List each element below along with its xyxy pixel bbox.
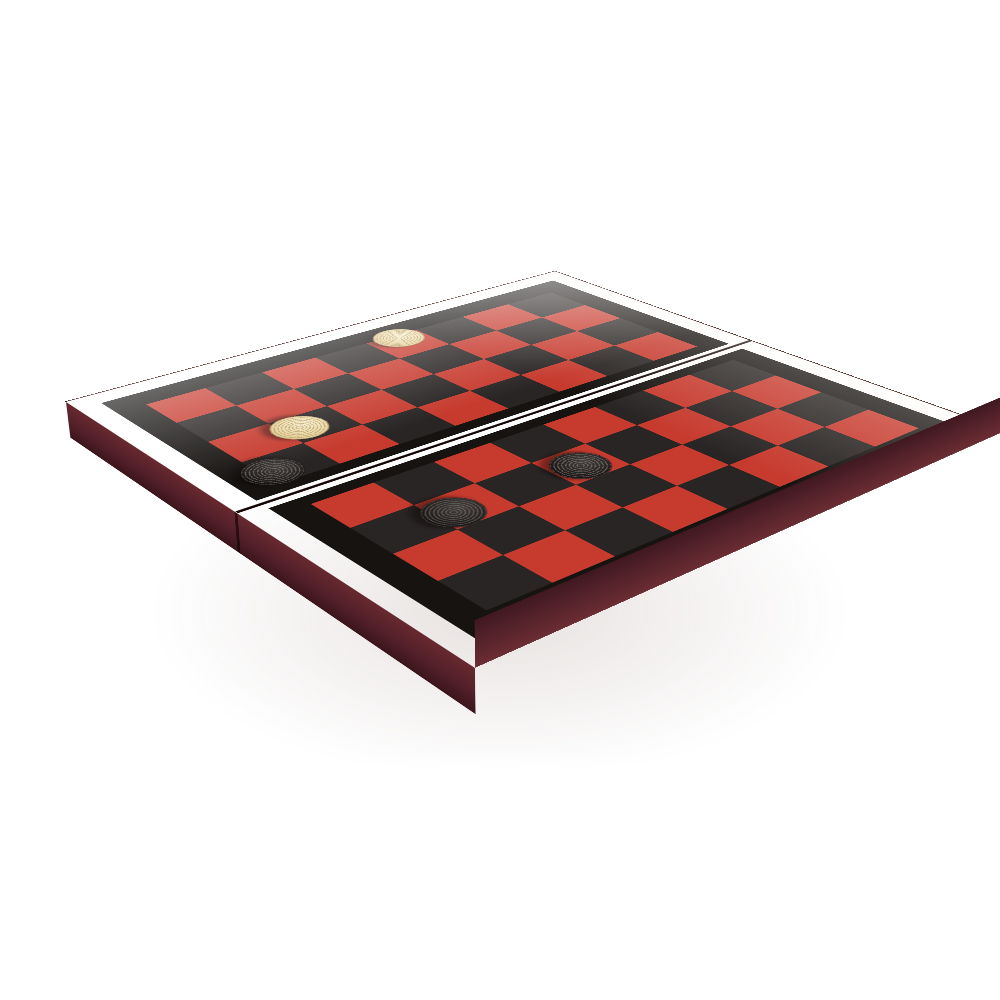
- square-d6: [532, 444, 631, 485]
- square-a5: [310, 482, 414, 528]
- square-b4: [303, 425, 399, 464]
- square-a6: [350, 505, 457, 554]
- square-e6: [586, 425, 682, 464]
- square-e7: [630, 445, 729, 486]
- square-f7: [682, 426, 778, 465]
- square-c6: [475, 463, 576, 506]
- square-d7: [576, 464, 678, 507]
- square-a7: [393, 529, 504, 581]
- product-photo-stage: [0, 0, 1000, 1000]
- square-c5: [433, 443, 531, 484]
- square-d5: [490, 424, 586, 463]
- square-a3: [208, 424, 303, 463]
- side-seam-step: [234, 511, 240, 554]
- square-b5: [374, 462, 475, 505]
- square-b6: [414, 483, 518, 529]
- square-a4: [242, 443, 340, 484]
- square-c7: [518, 485, 623, 531]
- square-b7: [458, 506, 566, 555]
